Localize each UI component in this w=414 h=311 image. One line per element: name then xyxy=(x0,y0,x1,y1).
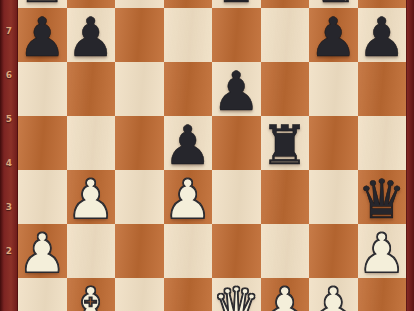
rank-label-4: 4 xyxy=(0,158,18,172)
black-pawn[interactable]: ♟ xyxy=(358,11,406,65)
black-pawn[interactable]: ♟ xyxy=(67,11,115,65)
square-d8[interactable] xyxy=(164,0,213,8)
black-pawn[interactable]: ♟ xyxy=(164,119,212,173)
square-c5[interactable] xyxy=(115,116,164,170)
square-d5[interactable]: ♟ xyxy=(164,116,213,170)
square-a6[interactable] xyxy=(18,62,67,116)
square-f2[interactable]: ♟ xyxy=(261,278,310,311)
white-queen[interactable]: ♛ xyxy=(212,281,260,311)
square-d4[interactable]: ♟ xyxy=(164,170,213,224)
square-e2[interactable]: ♛ xyxy=(212,278,261,311)
square-g2[interactable]: ♟ xyxy=(309,278,358,311)
square-g6[interactable] xyxy=(309,62,358,116)
rank-label-6: 6 xyxy=(0,70,18,84)
square-a5[interactable] xyxy=(18,116,67,170)
square-e3[interactable] xyxy=(212,224,261,278)
black-pawn[interactable]: ♟ xyxy=(18,11,66,65)
square-c3[interactable] xyxy=(115,224,164,278)
square-g5[interactable] xyxy=(309,116,358,170)
square-c8[interactable] xyxy=(115,0,164,8)
chess-app: ♜♚♞♟♟♟♟♟♟♜♟♟♛♟♟♝♛♟♟♜♞♜♚ 7 6 5 4 3 2 xyxy=(0,0,414,311)
square-d6[interactable] xyxy=(164,62,213,116)
square-c2[interactable] xyxy=(115,278,164,311)
rank-label-3: 3 xyxy=(0,202,18,216)
square-a4[interactable] xyxy=(18,170,67,224)
square-c6[interactable] xyxy=(115,62,164,116)
board-frame-left xyxy=(0,0,18,311)
square-h7[interactable]: ♟ xyxy=(358,8,407,62)
white-pawn[interactable]: ♟ xyxy=(67,173,115,227)
square-f8[interactable] xyxy=(261,0,310,8)
black-pawn[interactable]: ♟ xyxy=(212,65,260,119)
square-c7[interactable] xyxy=(115,8,164,62)
rank-label-7: 7 xyxy=(0,26,18,40)
black-rook[interactable]: ♜ xyxy=(261,119,309,173)
square-f5[interactable]: ♜ xyxy=(261,116,310,170)
square-g7[interactable]: ♟ xyxy=(309,8,358,62)
square-d3[interactable] xyxy=(164,224,213,278)
square-g3[interactable] xyxy=(309,224,358,278)
white-pawn[interactable]: ♟ xyxy=(18,227,66,281)
square-b6[interactable] xyxy=(67,62,116,116)
square-h2[interactable] xyxy=(358,278,407,311)
square-h5[interactable] xyxy=(358,116,407,170)
square-a2[interactable] xyxy=(18,278,67,311)
rank-label-5: 5 xyxy=(0,114,18,128)
white-bishop[interactable]: ♝ xyxy=(67,281,115,311)
square-e6[interactable]: ♟ xyxy=(212,62,261,116)
square-g4[interactable] xyxy=(309,170,358,224)
board-frame-right xyxy=(406,0,414,311)
square-b5[interactable] xyxy=(67,116,116,170)
square-h6[interactable] xyxy=(358,62,407,116)
square-h3[interactable]: ♟ xyxy=(358,224,407,278)
square-b2[interactable]: ♝ xyxy=(67,278,116,311)
square-f6[interactable] xyxy=(261,62,310,116)
square-h4[interactable]: ♛ xyxy=(358,170,407,224)
square-f3[interactable] xyxy=(261,224,310,278)
square-b4[interactable]: ♟ xyxy=(67,170,116,224)
square-e5[interactable] xyxy=(212,116,261,170)
rank-label-2: 2 xyxy=(0,246,18,260)
square-f7[interactable] xyxy=(261,8,310,62)
square-e8[interactable]: ♚ xyxy=(212,0,261,8)
square-a7[interactable]: ♟ xyxy=(18,8,67,62)
chess-board: ♜♚♞♟♟♟♟♟♟♜♟♟♛♟♟♝♛♟♟♜♞♜♚ xyxy=(18,0,406,311)
square-e7[interactable] xyxy=(212,8,261,62)
white-pawn[interactable]: ♟ xyxy=(309,281,357,311)
square-f4[interactable] xyxy=(261,170,310,224)
square-d7[interactable] xyxy=(164,8,213,62)
white-pawn[interactable]: ♟ xyxy=(261,281,309,311)
black-pawn[interactable]: ♟ xyxy=(309,11,357,65)
square-a3[interactable]: ♟ xyxy=(18,224,67,278)
white-pawn[interactable]: ♟ xyxy=(358,227,406,281)
black-queen[interactable]: ♛ xyxy=(358,173,406,227)
square-d2[interactable] xyxy=(164,278,213,311)
white-pawn[interactable]: ♟ xyxy=(164,173,212,227)
square-b3[interactable] xyxy=(67,224,116,278)
square-c4[interactable] xyxy=(115,170,164,224)
square-e4[interactable] xyxy=(212,170,261,224)
square-b7[interactable]: ♟ xyxy=(67,8,116,62)
